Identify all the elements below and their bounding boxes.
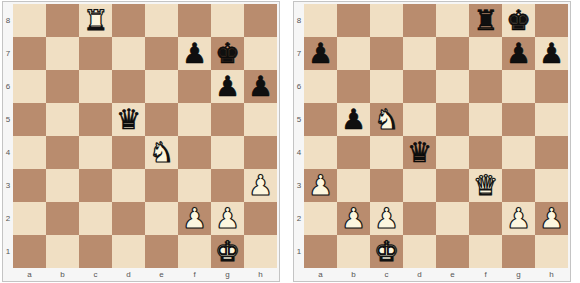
square-c2[interactable]: ♟ [370,202,403,235]
square-d6[interactable] [403,70,436,103]
chess-board-2: 87654321 ♜♚♟♟♟♟♞♛♟♛♟♟♟♟♚ abcdefgh [293,1,571,282]
square-h5[interactable] [535,103,568,136]
square-e6[interactable] [436,70,469,103]
square-e8[interactable] [145,4,178,37]
square-c1[interactable]: ♚ [370,235,403,268]
file-label-a: a [13,270,46,279]
square-h2[interactable] [244,202,277,235]
rank-label-4: 4 [3,136,13,169]
rank-labels-1: 87654321 [3,4,13,268]
square-h6[interactable]: ♟ [244,70,277,103]
square-g3[interactable] [211,169,244,202]
square-b8[interactable] [337,4,370,37]
square-c4[interactable] [79,136,112,169]
file-label-e: e [145,270,178,279]
rank-label-2: 2 [3,202,13,235]
rank-label-5: 5 [3,103,13,136]
square-g1[interactable]: ♚ [211,235,244,268]
square-d2[interactable] [112,202,145,235]
square-b1[interactable] [337,235,370,268]
square-b2[interactable] [46,202,79,235]
square-d2[interactable] [403,202,436,235]
black-pawn-icon: ♟ [248,70,273,103]
file-labels-1: abcdefgh [13,268,277,280]
white-pawn-icon: ♟ [248,169,273,202]
square-d6[interactable] [112,70,145,103]
square-g8[interactable]: ♚ [502,4,535,37]
square-b5[interactable] [46,103,79,136]
square-f4[interactable] [178,136,211,169]
square-f1[interactable] [178,235,211,268]
square-e6[interactable] [145,70,178,103]
square-g4[interactable] [502,136,535,169]
black-pawn-icon: ♟ [215,70,240,103]
white-king-icon: ♚ [215,235,240,268]
black-pawn-icon: ♟ [308,37,333,70]
square-c4[interactable] [370,136,403,169]
square-e2[interactable] [145,202,178,235]
file-label-b: b [46,270,79,279]
square-g7[interactable]: ♚ [211,37,244,70]
file-label-g: g [502,270,535,279]
square-c6[interactable] [79,70,112,103]
square-f3[interactable] [178,169,211,202]
square-d7[interactable] [112,37,145,70]
square-b6[interactable] [46,70,79,103]
square-e1[interactable] [145,235,178,268]
square-f3[interactable]: ♛ [469,169,502,202]
file-label-d: d [112,270,145,279]
file-label-h: h [535,270,568,279]
square-g7[interactable]: ♟ [502,37,535,70]
file-label-b: b [337,270,370,279]
file-label-a: a [304,270,337,279]
file-label-c: c [370,270,403,279]
square-d1[interactable] [112,235,145,268]
square-h7[interactable]: ♟ [535,37,568,70]
black-king-icon: ♚ [506,4,531,37]
file-label-h: h [244,270,277,279]
file-label-f: f [469,270,502,279]
square-h4[interactable] [535,136,568,169]
square-a7[interactable]: ♟ [304,37,337,70]
square-a3[interactable] [13,169,46,202]
rank-label-3: 3 [294,169,304,202]
square-d8[interactable] [403,4,436,37]
file-labels-2: abcdefgh [304,268,568,280]
square-g2[interactable]: ♟ [502,202,535,235]
rank-label-7: 7 [294,37,304,70]
square-e5[interactable] [145,103,178,136]
square-e4[interactable] [436,136,469,169]
square-b2[interactable]: ♟ [337,202,370,235]
white-pawn-icon: ♟ [374,202,399,235]
square-d5[interactable] [403,103,436,136]
square-d7[interactable] [403,37,436,70]
black-pawn-icon: ♟ [539,37,564,70]
square-b1[interactable] [46,235,79,268]
square-e1[interactable] [436,235,469,268]
square-d4[interactable] [112,136,145,169]
square-c6[interactable] [370,70,403,103]
chess-board-1: 87654321 ♜♟♚♟♟♛♞♟♟♟♚ abcdefgh [2,1,280,282]
square-e8[interactable] [436,4,469,37]
white-queen-icon: ♛ [473,169,498,202]
square-h6[interactable] [535,70,568,103]
rank-label-8: 8 [294,4,304,37]
white-pawn-icon: ♟ [308,169,333,202]
square-d3[interactable] [403,169,436,202]
white-knight-icon: ♞ [374,103,399,136]
square-a3[interactable]: ♟ [304,169,337,202]
black-queen-icon: ♛ [116,103,141,136]
square-b6[interactable] [337,70,370,103]
square-g1[interactable] [502,235,535,268]
page: 87654321 ♜♟♚♟♟♛♞♟♟♟♚ abcdefgh 87654321 ♜… [0,0,580,283]
black-pawn-icon: ♟ [506,37,531,70]
square-a7[interactable] [13,37,46,70]
square-h7[interactable] [244,37,277,70]
square-c3[interactable] [79,169,112,202]
square-a4[interactable] [304,136,337,169]
square-g5[interactable] [211,103,244,136]
square-g4[interactable] [211,136,244,169]
square-c3[interactable] [370,169,403,202]
square-d3[interactable] [112,169,145,202]
square-a5[interactable] [304,103,337,136]
file-label-d: d [403,270,436,279]
rank-label-5: 5 [294,103,304,136]
file-label-e: e [436,270,469,279]
square-b3[interactable] [46,169,79,202]
square-b5[interactable]: ♟ [337,103,370,136]
square-f8[interactable]: ♜ [469,4,502,37]
board-grid-2: ♜♚♟♟♟♟♞♛♟♛♟♟♟♟♚ [304,4,568,268]
square-f8[interactable] [178,4,211,37]
square-f6[interactable] [178,70,211,103]
file-label-f: f [178,270,211,279]
square-h2[interactable]: ♟ [535,202,568,235]
file-label-g: g [211,270,244,279]
square-e7[interactable] [145,37,178,70]
square-a4[interactable] [13,136,46,169]
black-pawn-icon: ♟ [182,37,207,70]
square-b4[interactable] [337,136,370,169]
square-g8[interactable] [211,4,244,37]
square-a2[interactable] [13,202,46,235]
square-f5[interactable] [469,103,502,136]
white-pawn-icon: ♟ [182,202,207,235]
rank-labels-2: 87654321 [294,4,304,268]
square-e3[interactable] [145,169,178,202]
square-h1[interactable] [244,235,277,268]
square-h1[interactable] [535,235,568,268]
rank-label-1: 1 [3,235,13,268]
square-a6[interactable] [13,70,46,103]
square-c8[interactable] [370,4,403,37]
square-g3[interactable] [502,169,535,202]
square-d5[interactable]: ♛ [112,103,145,136]
white-knight-icon: ♞ [149,136,174,169]
square-d1[interactable] [403,235,436,268]
square-b7[interactable] [337,37,370,70]
rank-label-7: 7 [3,37,13,70]
square-b3[interactable] [337,169,370,202]
rank-label-2: 2 [294,202,304,235]
square-f7[interactable] [469,37,502,70]
square-c7[interactable] [79,37,112,70]
square-e7[interactable] [436,37,469,70]
square-a6[interactable] [304,70,337,103]
black-queen-icon: ♛ [407,136,432,169]
white-pawn-icon: ♟ [506,202,531,235]
rank-label-6: 6 [294,70,304,103]
square-a1[interactable] [304,235,337,268]
square-g6[interactable] [502,70,535,103]
white-pawn-icon: ♟ [539,202,564,235]
square-f2[interactable]: ♟ [178,202,211,235]
square-h5[interactable] [244,103,277,136]
square-f1[interactable] [469,235,502,268]
file-label-c: c [79,270,112,279]
square-a2[interactable] [304,202,337,235]
square-e5[interactable] [436,103,469,136]
square-b7[interactable] [46,37,79,70]
square-e3[interactable] [436,169,469,202]
square-g6[interactable]: ♟ [211,70,244,103]
square-f4[interactable] [469,136,502,169]
square-e4[interactable]: ♞ [145,136,178,169]
square-b4[interactable] [46,136,79,169]
square-f5[interactable] [178,103,211,136]
white-pawn-icon: ♟ [341,202,366,235]
square-d4[interactable]: ♛ [403,136,436,169]
square-g5[interactable] [502,103,535,136]
square-b8[interactable] [46,4,79,37]
rank-label-1: 1 [294,235,304,268]
square-c7[interactable] [370,37,403,70]
square-c2[interactable] [79,202,112,235]
square-a5[interactable] [13,103,46,136]
rank-label-8: 8 [3,4,13,37]
square-c1[interactable] [79,235,112,268]
black-pawn-icon: ♟ [341,103,366,136]
rank-label-4: 4 [294,136,304,169]
black-rook-icon: ♜ [473,4,498,37]
square-c8[interactable]: ♜ [79,4,112,37]
square-f2[interactable] [469,202,502,235]
square-h4[interactable] [244,136,277,169]
board-grid-1: ♜♟♚♟♟♛♞♟♟♟♚ [13,4,277,268]
black-king-icon: ♚ [215,37,240,70]
rank-label-6: 6 [3,70,13,103]
square-a8[interactable] [13,4,46,37]
white-king-icon: ♚ [374,235,399,268]
square-a1[interactable] [13,235,46,268]
white-rook-icon: ♜ [83,4,108,37]
square-a8[interactable] [304,4,337,37]
square-c5[interactable] [79,103,112,136]
rank-label-3: 3 [3,169,13,202]
square-h3[interactable]: ♟ [244,169,277,202]
square-e2[interactable] [436,202,469,235]
white-pawn-icon: ♟ [215,202,240,235]
square-c5[interactable]: ♞ [370,103,403,136]
square-h8[interactable] [244,4,277,37]
square-g2[interactable]: ♟ [211,202,244,235]
square-f6[interactable] [469,70,502,103]
square-d8[interactable] [112,4,145,37]
square-f7[interactable]: ♟ [178,37,211,70]
square-h8[interactable] [535,4,568,37]
square-h3[interactable] [535,169,568,202]
